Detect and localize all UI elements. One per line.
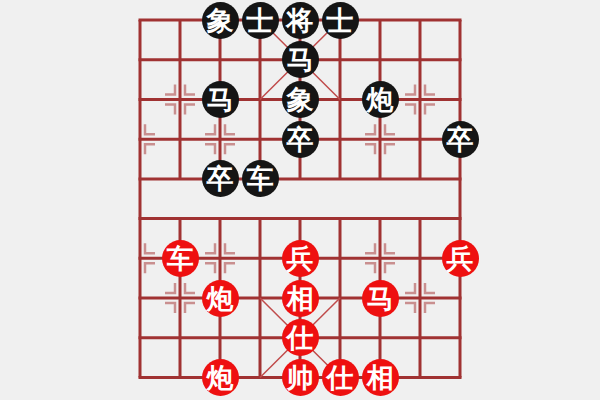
piece-red-cannon[interactable]: 炮 — [202, 359, 239, 396]
piece-black-advisor[interactable]: 士 — [322, 2, 359, 39]
piece-black-horse[interactable]: 马 — [282, 41, 319, 78]
piece-black-advisor[interactable]: 士 — [242, 2, 279, 39]
piece-red-soldier[interactable]: 兵 — [442, 240, 479, 277]
piece-red-general[interactable]: 帅 — [282, 359, 319, 396]
piece-red-horse[interactable]: 马 — [362, 280, 399, 317]
piece-black-cannon[interactable]: 炮 — [362, 81, 399, 118]
piece-black-soldier[interactable]: 卒 — [442, 121, 479, 158]
piece-black-chariot[interactable]: 车 — [242, 160, 279, 197]
piece-black-elephant[interactable]: 象 — [282, 81, 319, 118]
piece-red-elephant[interactable]: 相 — [362, 359, 399, 396]
pieces-layer: 象士将士马马象炮卒卒卒车车兵兵炮相马仕炮帅仕相 — [0, 0, 600, 400]
piece-black-soldier[interactable]: 卒 — [282, 121, 319, 158]
piece-black-elephant[interactable]: 象 — [202, 2, 239, 39]
piece-red-elephant[interactable]: 相 — [282, 280, 319, 317]
piece-red-soldier[interactable]: 兵 — [282, 240, 319, 277]
piece-red-cannon[interactable]: 炮 — [202, 280, 239, 317]
piece-black-general[interactable]: 将 — [282, 2, 319, 39]
piece-black-horse[interactable]: 马 — [202, 81, 239, 118]
xiangqi-diagram: 象士将士马马象炮卒卒卒车车兵兵炮相马仕炮帅仕相 — [0, 0, 600, 400]
piece-red-chariot[interactable]: 车 — [162, 240, 199, 277]
piece-red-advisor[interactable]: 仕 — [322, 359, 359, 396]
piece-black-soldier[interactable]: 卒 — [202, 160, 239, 197]
piece-red-advisor[interactable]: 仕 — [282, 319, 319, 356]
